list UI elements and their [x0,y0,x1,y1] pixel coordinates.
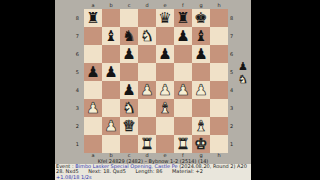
square-d2[interactable] [138,117,156,135]
material-indicator: ♟♞ [235,60,251,86]
square-e3[interactable]: ♝ [156,99,174,117]
black-pawn-piece: ♟ [176,27,189,45]
square-a3[interactable]: ♟ [84,99,102,117]
black-pawn-piece: ♟ [158,45,171,63]
chess-board[interactable]: ♜♛♜♚♝♞♞♟♝♟♟♟♟♟♟♟♟♟♟♟♞♝♟♛♝♜♜♚ [84,9,228,153]
square-d4[interactable]: ♟ [138,81,156,99]
rank-label-8: 8 [229,9,239,27]
white-rook-piece: ♜ [140,135,153,153]
rank-labels-left: 87654321 [55,9,82,153]
black-pawn-piece: ♟ [86,63,99,81]
square-c7[interactable]: ♞ [120,27,138,45]
black-pawn-icon: ♟ [235,60,251,73]
square-e5[interactable] [156,63,174,81]
square-g5[interactable] [192,63,210,81]
square-d7[interactable]: ♞ [138,27,156,45]
square-h7[interactable] [210,27,228,45]
square-a8[interactable]: ♜ [84,9,102,27]
caption-box: Event : Bimbo Lasker Special Opening, Ca… [55,164,251,180]
square-h6[interactable] [210,45,228,63]
square-a6[interactable] [84,45,102,63]
square-h2[interactable] [210,117,228,135]
square-a7[interactable] [84,27,102,45]
file-labels-top: abcdefgh [84,0,228,9]
square-b1[interactable] [102,135,120,153]
square-f7[interactable]: ♟ [174,27,192,45]
square-g8[interactable]: ♚ [192,9,210,27]
square-c2[interactable]: ♛ [120,117,138,135]
black-bishop-piece: ♝ [194,27,207,45]
square-f2[interactable] [174,117,192,135]
square-g6[interactable]: ♟ [192,45,210,63]
square-c3[interactable]: ♞ [120,99,138,117]
rank-label-6: 6 [55,45,82,63]
rank-label-3: 3 [55,99,82,117]
square-c1[interactable] [120,135,138,153]
square-f4[interactable]: ♟ [174,81,192,99]
white-rook-piece: ♜ [176,135,189,153]
rank-label-8: 8 [55,9,82,27]
rank-label-7: 7 [55,27,82,45]
rank-label-2: 2 [229,117,239,135]
rank-label-1: 1 [55,135,82,153]
black-pawn-piece: ♟ [104,63,117,81]
square-d1[interactable]: ♜ [138,135,156,153]
square-c5[interactable] [120,63,138,81]
square-e1[interactable] [156,135,174,153]
white-knight-icon: ♞ [235,73,251,86]
event-tail: (2024.08.20, Round 2) A20 [179,164,247,169]
game-length: Length: 86 [136,169,163,174]
black-king-piece: ♚ [194,9,207,27]
square-e7[interactable] [156,27,174,45]
square-d6[interactable] [138,45,156,63]
black-queen-piece: ♛ [158,9,171,27]
black-rook-piece: ♜ [176,9,189,27]
square-h4[interactable] [210,81,228,99]
square-f8[interactable]: ♜ [174,9,192,27]
square-g7[interactable]: ♝ [192,27,210,45]
square-a4[interactable] [84,81,102,99]
square-e6[interactable]: ♟ [156,45,174,63]
white-pawn-piece: ♟ [140,81,153,99]
square-a2[interactable] [84,117,102,135]
square-h5[interactable] [210,63,228,81]
square-g3[interactable] [192,99,210,117]
square-c8[interactable] [120,9,138,27]
material-text: Material: +2 [172,169,203,174]
white-pawn-piece: ♟ [86,99,99,117]
square-b5[interactable]: ♟ [102,63,120,81]
square-g2[interactable]: ♝ [192,117,210,135]
board-panel: abcdefgh 87654321 ♜♛♜♚♝♞♞♟♝♟♟♟♟♟♟♟♟♟♟♟♞♝… [55,0,251,180]
white-queen-piece: ♛ [122,117,135,135]
square-f1[interactable]: ♜ [174,135,192,153]
square-b2[interactable]: ♟ [102,117,120,135]
square-e2[interactable] [156,117,174,135]
white-knight-piece: ♞ [122,99,135,117]
white-knight-piece: ♞ [140,27,153,45]
square-f5[interactable] [174,63,192,81]
white-pawn-piece: ♟ [104,117,117,135]
square-g4[interactable]: ♟ [192,81,210,99]
white-pawn-piece: ♟ [176,81,189,99]
white-pawn-piece: ♟ [194,81,207,99]
square-g1[interactable]: ♚ [192,135,210,153]
event-label: Event : [56,164,74,169]
square-a1[interactable] [84,135,102,153]
rank-label-5: 5 [55,63,82,81]
black-pawn-piece: ♟ [122,45,135,63]
square-f3[interactable] [174,99,192,117]
square-e8[interactable]: ♛ [156,9,174,27]
rank-label-1: 1 [229,135,239,153]
black-knight-piece: ♞ [122,27,135,45]
square-a5[interactable]: ♟ [84,63,102,81]
opening-name: Bimbo Lasker Special Opening, Castle Pe [75,164,177,169]
square-d3[interactable] [138,99,156,117]
square-b7[interactable]: ♝ [102,27,120,45]
square-f6[interactable] [174,45,192,63]
square-c4[interactable]: ♟ [120,81,138,99]
square-b8[interactable] [102,9,120,27]
white-bishop-piece: ♝ [158,99,171,117]
white-pawn-piece: ♟ [158,81,171,99]
white-king-piece: ♚ [194,135,207,153]
rank-label-7: 7 [229,27,239,45]
square-d5[interactable] [138,63,156,81]
rank-label-3: 3 [229,99,239,117]
white-bishop-piece: ♝ [194,117,207,135]
square-b4[interactable] [102,81,120,99]
square-e4[interactable]: ♟ [156,81,174,99]
square-h8[interactable] [210,9,228,27]
black-rook-piece: ♜ [86,9,99,27]
square-h1[interactable] [210,135,228,153]
rank-label-2: 2 [55,117,82,135]
black-pawn-piece: ♟ [122,81,135,99]
square-h3[interactable] [210,99,228,117]
black-bishop-piece: ♝ [104,27,117,45]
square-b3[interactable] [102,99,120,117]
black-pawn-piece: ♟ [194,45,207,63]
engine-eval: +1.08/18 1/2s [56,175,250,180]
rank-label-4: 4 [55,81,82,99]
next-move: Next: 18. Qxd5 [88,169,126,174]
square-d8[interactable] [138,9,156,27]
square-c6[interactable]: ♟ [120,45,138,63]
square-b6[interactable] [102,45,120,63]
